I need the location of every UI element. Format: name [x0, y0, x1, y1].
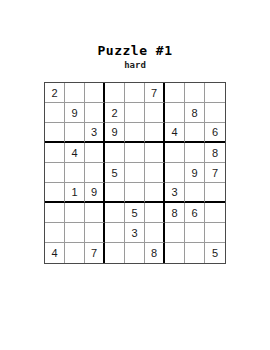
puzzle-page: Puzzle #1 hard 2792839464859719358634785 [0, 0, 270, 350]
sudoku-board: 2792839464859719358634785 [44, 82, 226, 264]
cell-r4c8 [185, 143, 205, 163]
cell-r2c7 [165, 103, 185, 123]
cell-r2c5 [125, 103, 145, 123]
cell-r2c3 [85, 103, 105, 123]
cell-r9c5 [125, 243, 145, 263]
cell-r4c7 [165, 143, 185, 163]
cell-r4c1 [45, 143, 65, 163]
cell-r7c7: 8 [165, 203, 185, 223]
cell-r6c3: 9 [85, 183, 105, 203]
cell-r4c4 [105, 143, 125, 163]
cell-r7c6 [145, 203, 165, 223]
cell-r2c9 [205, 103, 225, 123]
cell-r8c2 [65, 223, 85, 243]
cell-r5c6 [145, 163, 165, 183]
cell-r3c1 [45, 123, 65, 143]
cell-r5c5 [125, 163, 145, 183]
cell-r9c3: 7 [85, 243, 105, 263]
cell-r3c4: 9 [105, 123, 125, 143]
cell-r7c8: 6 [185, 203, 205, 223]
puzzle-difficulty: hard [0, 60, 270, 71]
cell-r5c1 [45, 163, 65, 183]
cell-r6c2: 1 [65, 183, 85, 203]
cell-r3c9: 6 [205, 123, 225, 143]
cell-r4c5 [125, 143, 145, 163]
cell-r6c1 [45, 183, 65, 203]
cell-r7c9 [205, 203, 225, 223]
cell-r7c5: 5 [125, 203, 145, 223]
cell-r1c9 [205, 83, 225, 103]
cell-r4c9: 8 [205, 143, 225, 163]
cell-r8c9 [205, 223, 225, 243]
cell-r8c6 [145, 223, 165, 243]
cell-r6c5 [125, 183, 145, 203]
cell-r3c7: 4 [165, 123, 185, 143]
cell-r4c3 [85, 143, 105, 163]
cell-r1c8 [185, 83, 205, 103]
cell-r7c1 [45, 203, 65, 223]
cell-r3c2 [65, 123, 85, 143]
cell-r2c8: 8 [185, 103, 205, 123]
cell-r9c8 [185, 243, 205, 263]
cell-r3c6 [145, 123, 165, 143]
cell-r2c2: 9 [65, 103, 85, 123]
cell-r7c4 [105, 203, 125, 223]
cell-r8c4 [105, 223, 125, 243]
cell-r5c7 [165, 163, 185, 183]
cell-r6c9 [205, 183, 225, 203]
cell-r1c5 [125, 83, 145, 103]
cell-r1c4 [105, 83, 125, 103]
cell-r2c1 [45, 103, 65, 123]
cell-r7c3 [85, 203, 105, 223]
cell-r5c2 [65, 163, 85, 183]
cell-r8c1 [45, 223, 65, 243]
cell-r3c5 [125, 123, 145, 143]
cell-r1c1: 2 [45, 83, 65, 103]
cell-r7c2 [65, 203, 85, 223]
cell-r6c6 [145, 183, 165, 203]
cell-r8c3 [85, 223, 105, 243]
cell-r6c8 [185, 183, 205, 203]
cell-r9c9: 5 [205, 243, 225, 263]
cell-r5c3 [85, 163, 105, 183]
cell-r1c2 [65, 83, 85, 103]
cell-r1c3 [85, 83, 105, 103]
cell-r5c8: 9 [185, 163, 205, 183]
cell-r3c8 [185, 123, 205, 143]
cell-r8c5: 3 [125, 223, 145, 243]
cell-r5c4: 5 [105, 163, 125, 183]
cell-r4c6 [145, 143, 165, 163]
cell-r8c8 [185, 223, 205, 243]
cell-r9c6: 8 [145, 243, 165, 263]
cell-r1c7 [165, 83, 185, 103]
cell-r9c1: 4 [45, 243, 65, 263]
puzzle-title: Puzzle #1 [0, 44, 270, 58]
cell-r2c6 [145, 103, 165, 123]
cell-r9c7 [165, 243, 185, 263]
cell-r4c2: 4 [65, 143, 85, 163]
cell-r9c2 [65, 243, 85, 263]
cell-r2c4: 2 [105, 103, 125, 123]
cell-r1c6: 7 [145, 83, 165, 103]
cell-r8c7 [165, 223, 185, 243]
cell-r5c9: 7 [205, 163, 225, 183]
cell-r6c4 [105, 183, 125, 203]
cell-r6c7: 3 [165, 183, 185, 203]
cell-r3c3: 3 [85, 123, 105, 143]
cell-r9c4 [105, 243, 125, 263]
